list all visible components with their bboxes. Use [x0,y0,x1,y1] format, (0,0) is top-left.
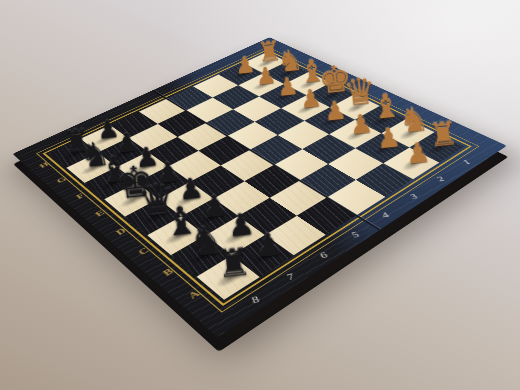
white-rook: ♜ [427,117,459,152]
white-pawn: ♟ [322,97,347,124]
playing-field: ♜♟♟♜♞♟♟♞♝♟♟♝♚♟♟♚♛♟♟♛♝♟♟♝♞♟♟♞♜♟♟♜ [49,52,464,300]
white-pawn: ♟ [375,124,402,153]
board: ♜♟♟♜♞♟♟♞♝♟♟♝♚♟♟♚♛♟♟♛♝♟♟♝♞♟♟♞♜♟♟♜ HGFEDCB… [13,37,507,337]
white-pawn: ♟ [234,53,256,78]
white-pawn: ♟ [276,74,300,100]
white-pawn: ♟ [254,63,277,88]
black-rook: ♜ [214,243,252,285]
black-pawn: ♟ [253,228,284,262]
black-pawn: ♟ [226,209,256,242]
table-surface: ♜♟♟♜♞♟♟♞♝♟♟♝♚♟♟♚♛♟♟♛♝♟♟♝♞♟♟♞♜♟♟♜ HGFEDCB… [0,0,520,390]
white-pawn: ♟ [298,85,322,112]
white-pawn: ♟ [404,138,432,168]
white-pawn: ♟ [348,110,374,138]
white-knight: ♞ [397,102,430,138]
